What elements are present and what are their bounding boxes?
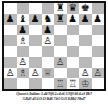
piece-white-pawn: ♙ — [43, 35, 52, 45]
piece-black-bishop: ♝ — [18, 14, 27, 24]
piece-white-bishop: ♗ — [18, 35, 27, 45]
square-c4 — [29, 46, 42, 57]
square-g7: ♟ — [79, 14, 92, 25]
square-e3: ♙ — [54, 57, 67, 68]
piece-black-king: ♚ — [81, 3, 90, 13]
square-h2: ♙ — [92, 68, 105, 79]
square-a6 — [4, 25, 17, 36]
piece-white-rook: ♖ — [68, 78, 77, 88]
square-h6 — [92, 25, 105, 36]
piece-black-pawn: ♟ — [43, 24, 52, 34]
square-h4 — [92, 46, 105, 57]
square-b2: ♗ — [17, 68, 30, 79]
square-h7: ♟ — [92, 14, 105, 25]
piece-black-pawn: ♟ — [6, 14, 15, 24]
piece-white-queen: ♕ — [43, 67, 52, 77]
square-g6 — [79, 25, 92, 36]
square-g5 — [79, 35, 92, 46]
square-f5 — [67, 35, 80, 46]
square-a1 — [4, 78, 17, 89]
square-a2: ♙ — [4, 68, 17, 79]
square-e6 — [54, 25, 67, 36]
piece-white-bishop: ♗ — [18, 67, 27, 77]
piece-black-pawn: ♟ — [93, 14, 102, 24]
square-e1: ♖ — [54, 78, 67, 89]
piece-white-king: ♔ — [81, 78, 90, 88]
square-c2: ♙ — [29, 68, 42, 79]
piece-white-pawn: ♙ — [81, 67, 90, 77]
square-f6 — [67, 25, 80, 36]
chess-board: ♜♛♚♟♝♟♞♜♟♟♟♟♟♗♙♙♙♙♗♙♕♙♙♖♖♔ — [2, 1, 106, 91]
square-g1: ♔ — [79, 78, 92, 89]
piece-black-rook: ♜ — [56, 3, 65, 13]
square-f3 — [67, 57, 80, 68]
piece-black-pawn: ♟ — [81, 14, 90, 24]
square-c7: ♟ — [29, 14, 42, 25]
square-d4 — [42, 46, 55, 57]
chess-diagram-page: ♜♛♚♟♝♟♞♜♟♟♟♟♟♗♙♙♙♙♗♙♕♙♙♖♖♔ Queen's India… — [0, 0, 108, 104]
square-d2: ♕ — [42, 68, 55, 79]
piece-white-pawn: ♙ — [31, 67, 40, 77]
square-a7: ♟ — [4, 14, 17, 25]
caption-line-2: 5.Bd3 d5 6.O-O Bd6 7.b3 O-O 8.Bb2 Nbd7 — [3, 96, 105, 101]
square-e7: ♜ — [54, 14, 67, 25]
square-e5 — [54, 35, 67, 46]
square-a4 — [4, 46, 17, 57]
square-g4 — [79, 46, 92, 57]
square-d5: ♙ — [42, 35, 55, 46]
piece-white-pawn: ♙ — [18, 57, 27, 67]
piece-black-rook: ♜ — [56, 14, 65, 24]
square-h1 — [92, 78, 105, 89]
square-f1: ♖ — [67, 78, 80, 89]
square-f4 — [67, 46, 80, 57]
square-d1 — [42, 78, 55, 89]
piece-white-pawn: ♙ — [56, 57, 65, 67]
piece-white-rook: ♖ — [56, 78, 65, 88]
square-b1 — [17, 78, 30, 89]
square-c6 — [29, 25, 42, 36]
piece-black-pawn: ♟ — [31, 14, 40, 24]
square-f7: ♟ — [67, 14, 80, 25]
square-h5 — [92, 35, 105, 46]
square-c5 — [29, 35, 42, 46]
piece-white-pawn: ♙ — [6, 67, 15, 77]
piece-white-pawn: ♙ — [93, 67, 102, 77]
square-b5: ♗ — [17, 35, 30, 46]
caption: Queen's Indian: 1.d4 Nf6 2.c4 e6 3.Nf3 b… — [3, 91, 105, 101]
square-a5 — [4, 35, 17, 46]
piece-black-pawn: ♟ — [18, 24, 27, 34]
square-c1 — [29, 78, 42, 89]
piece-black-queen: ♛ — [68, 3, 77, 13]
piece-black-pawn: ♟ — [68, 14, 77, 24]
piece-black-knight: ♞ — [43, 14, 52, 24]
